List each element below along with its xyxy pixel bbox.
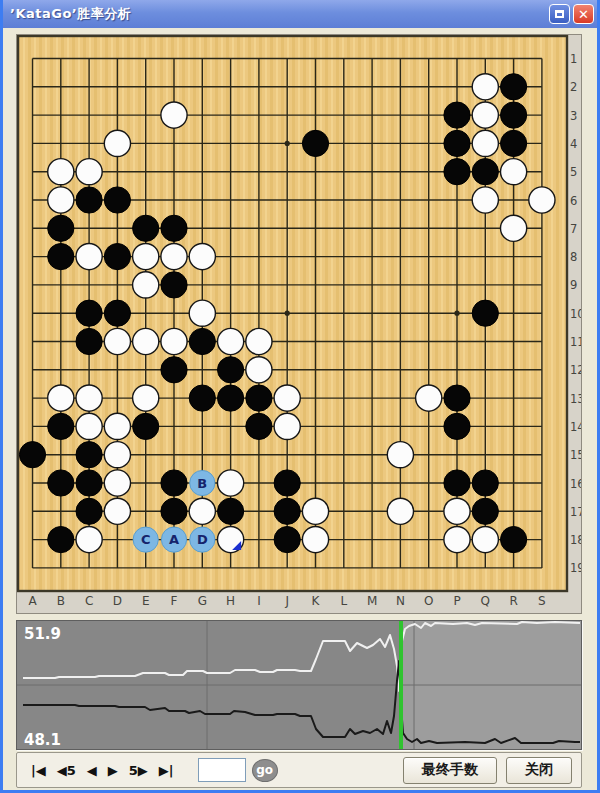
svg-text:I: I bbox=[257, 594, 261, 608]
white-stone bbox=[444, 498, 470, 524]
black-stone bbox=[161, 215, 187, 241]
black-stone bbox=[76, 498, 102, 524]
svg-text:18: 18 bbox=[570, 533, 581, 547]
white-stone bbox=[104, 470, 130, 496]
black-stone bbox=[76, 470, 102, 496]
white-stone bbox=[104, 328, 130, 354]
svg-text:L: L bbox=[340, 594, 347, 608]
black-stone bbox=[274, 498, 300, 524]
svg-text:17: 17 bbox=[570, 505, 581, 519]
restore-icon bbox=[555, 10, 564, 18]
black-stone bbox=[48, 470, 74, 496]
black-stone bbox=[472, 300, 498, 326]
winrate-graph[interactable]: 51.948.1 bbox=[16, 620, 582, 750]
svg-text:B: B bbox=[57, 594, 65, 608]
white-stone bbox=[302, 527, 328, 553]
black-stone bbox=[133, 413, 159, 439]
move-navigation: |◀ ◀5 ◀ ▶ 5▶ ▶| bbox=[31, 763, 174, 778]
black-stone bbox=[104, 244, 130, 270]
svg-text:C: C bbox=[85, 594, 93, 608]
white-stone bbox=[104, 130, 130, 156]
white-stone bbox=[189, 244, 215, 270]
svg-text:3: 3 bbox=[570, 109, 577, 123]
svg-text:2: 2 bbox=[570, 80, 577, 94]
svg-text:G: G bbox=[198, 594, 207, 608]
titlebar: ’KataGo’胜率分析 ✕ bbox=[0, 0, 600, 28]
close-button[interactable]: ✕ bbox=[573, 4, 594, 24]
black-stone bbox=[472, 470, 498, 496]
forward-5-moves-button[interactable]: 5▶ bbox=[129, 763, 148, 778]
svg-text:5: 5 bbox=[570, 165, 577, 179]
svg-text:B: B bbox=[197, 476, 207, 491]
black-stone bbox=[501, 102, 527, 128]
move-number-input[interactable] bbox=[198, 758, 246, 782]
white-stone bbox=[218, 470, 244, 496]
black-stone bbox=[246, 413, 272, 439]
svg-text:14: 14 bbox=[570, 420, 581, 434]
white-stone bbox=[218, 328, 244, 354]
white-stone bbox=[161, 102, 187, 128]
black-stone bbox=[104, 187, 130, 213]
black-stone bbox=[76, 328, 102, 354]
black-stone bbox=[444, 130, 470, 156]
white-stone bbox=[246, 328, 272, 354]
white-stone bbox=[133, 272, 159, 298]
white-stone bbox=[444, 527, 470, 553]
white-stone bbox=[274, 385, 300, 411]
svg-text:N: N bbox=[396, 594, 405, 608]
black-stone bbox=[444, 159, 470, 185]
svg-text:H: H bbox=[226, 594, 235, 608]
black-stone bbox=[501, 74, 527, 100]
black-stone bbox=[302, 130, 328, 156]
svg-text:10: 10 bbox=[570, 307, 581, 321]
board-panel: ABCDEFGHIJKLMNOPQRS123456789101112131415… bbox=[16, 34, 582, 614]
white-stone bbox=[189, 498, 215, 524]
black-stone bbox=[444, 102, 470, 128]
black-stone bbox=[161, 498, 187, 524]
white-stone bbox=[246, 357, 272, 383]
white-stone bbox=[472, 130, 498, 156]
black-stone bbox=[76, 187, 102, 213]
back-1-move-button[interactable]: ◀ bbox=[87, 763, 97, 778]
black-stone bbox=[48, 413, 74, 439]
white-stone bbox=[387, 498, 413, 524]
white-stone bbox=[501, 215, 527, 241]
svg-text:15: 15 bbox=[570, 448, 581, 462]
black-stone bbox=[48, 244, 74, 270]
black-stone bbox=[48, 215, 74, 241]
svg-text:11: 11 bbox=[570, 335, 581, 349]
svg-text:O: O bbox=[424, 594, 433, 608]
white-stone bbox=[416, 385, 442, 411]
white-stone bbox=[76, 385, 102, 411]
black-stone bbox=[161, 357, 187, 383]
client-area: ABCDEFGHIJKLMNOPQRS123456789101112131415… bbox=[3, 28, 597, 790]
forward-1-move-button[interactable]: ▶ bbox=[108, 763, 118, 778]
katago-window: ’KataGo’胜率分析 ✕ ABCDEFGHIJKLMNOPQRS123456… bbox=[0, 0, 600, 793]
svg-text:D: D bbox=[197, 532, 208, 547]
white-stone bbox=[133, 385, 159, 411]
white-stone bbox=[104, 413, 130, 439]
black-stone bbox=[76, 300, 102, 326]
controls-bar: |◀ ◀5 ◀ ▶ 5▶ ▶| go 最终手数 关闭 bbox=[16, 752, 582, 788]
black-stone bbox=[189, 385, 215, 411]
black-stone bbox=[472, 498, 498, 524]
svg-text:E: E bbox=[142, 594, 150, 608]
svg-text:M: M bbox=[367, 594, 377, 608]
svg-text:6: 6 bbox=[570, 194, 577, 208]
black-stone bbox=[104, 300, 130, 326]
white-stone bbox=[387, 442, 413, 468]
white-stone bbox=[76, 244, 102, 270]
svg-text:12: 12 bbox=[570, 363, 581, 377]
black-stone bbox=[19, 442, 45, 468]
last-move-button[interactable]: ▶| bbox=[159, 763, 174, 778]
back-5-moves-button[interactable]: ◀5 bbox=[57, 763, 76, 778]
black-stone bbox=[472, 159, 498, 185]
white-stone bbox=[76, 159, 102, 185]
svg-text:A: A bbox=[28, 594, 37, 608]
black-stone bbox=[161, 272, 187, 298]
white-stone bbox=[501, 159, 527, 185]
close-dialog-button[interactable]: 关闭 bbox=[506, 757, 572, 784]
go-button[interactable]: go bbox=[252, 759, 278, 782]
svg-text:8: 8 bbox=[570, 250, 577, 264]
close-icon: ✕ bbox=[578, 8, 589, 21]
svg-text:J: J bbox=[284, 594, 289, 608]
svg-text:7: 7 bbox=[570, 222, 577, 236]
white-stone bbox=[76, 413, 102, 439]
svg-text:S: S bbox=[538, 594, 546, 608]
black-stone bbox=[444, 470, 470, 496]
black-stone bbox=[189, 328, 215, 354]
black-stone bbox=[501, 130, 527, 156]
white-stone bbox=[48, 187, 74, 213]
final-moves-button[interactable]: 最终手数 bbox=[403, 757, 497, 784]
white-stone bbox=[76, 527, 102, 553]
black-stone bbox=[76, 442, 102, 468]
black-stone bbox=[48, 527, 74, 553]
white-stone bbox=[472, 187, 498, 213]
white-stone bbox=[104, 498, 130, 524]
white-stone bbox=[472, 74, 498, 100]
white-stone bbox=[302, 498, 328, 524]
white-stone bbox=[133, 244, 159, 270]
svg-text:Q: Q bbox=[481, 594, 490, 608]
black-stone bbox=[501, 527, 527, 553]
black-stone bbox=[161, 470, 187, 496]
black-stone bbox=[444, 413, 470, 439]
svg-text:K: K bbox=[312, 594, 321, 608]
svg-text:F: F bbox=[171, 594, 178, 608]
svg-text:D: D bbox=[113, 594, 122, 608]
black-stone bbox=[444, 385, 470, 411]
winrate-top-value: 51.9 bbox=[24, 625, 61, 643]
svg-text:1: 1 bbox=[570, 52, 577, 66]
black-stone bbox=[218, 498, 244, 524]
white-stone bbox=[104, 442, 130, 468]
svg-text:P: P bbox=[453, 594, 460, 608]
white-stone bbox=[529, 187, 555, 213]
black-stone bbox=[274, 470, 300, 496]
black-stone bbox=[246, 385, 272, 411]
white-stone bbox=[189, 300, 215, 326]
winrate-bottom-value: 48.1 bbox=[24, 731, 61, 749]
white-stone bbox=[161, 244, 187, 270]
svg-text:C: C bbox=[141, 532, 151, 547]
svg-text:16: 16 bbox=[570, 477, 581, 491]
svg-text:R: R bbox=[509, 594, 517, 608]
current-move-line bbox=[399, 621, 403, 749]
svg-text:9: 9 bbox=[570, 278, 577, 292]
white-stone bbox=[48, 385, 74, 411]
black-stone bbox=[218, 357, 244, 383]
window-title: ’KataGo’胜率分析 bbox=[10, 5, 549, 23]
svg-text:19: 19 bbox=[570, 561, 581, 575]
white-stone bbox=[274, 413, 300, 439]
white-stone bbox=[472, 527, 498, 553]
restore-button[interactable] bbox=[549, 4, 570, 24]
white-stone bbox=[161, 328, 187, 354]
white-stone bbox=[48, 159, 74, 185]
first-move-button[interactable]: |◀ bbox=[31, 763, 46, 778]
go-board[interactable]: ABCDEFGHIJKLMNOPQRS123456789101112131415… bbox=[17, 35, 581, 613]
black-stone bbox=[133, 215, 159, 241]
svg-text:13: 13 bbox=[570, 392, 581, 406]
svg-text:A: A bbox=[169, 532, 179, 547]
white-stone bbox=[472, 102, 498, 128]
black-stone bbox=[218, 385, 244, 411]
svg-text:4: 4 bbox=[570, 137, 577, 151]
black-stone bbox=[274, 527, 300, 553]
white-stone bbox=[133, 328, 159, 354]
